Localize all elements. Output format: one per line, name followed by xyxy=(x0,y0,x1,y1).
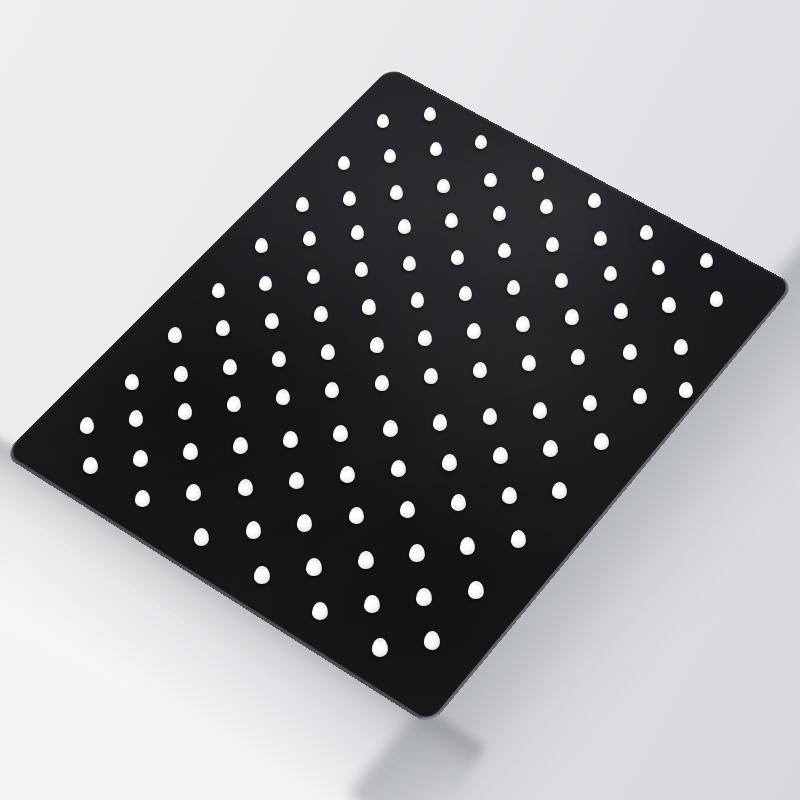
nozzle xyxy=(593,432,608,450)
nozzle xyxy=(377,114,390,128)
nozzle xyxy=(182,442,198,460)
nozzle xyxy=(507,279,521,295)
nozzle xyxy=(424,107,437,121)
nozzle xyxy=(332,424,347,441)
nozzle xyxy=(424,368,439,385)
nozzle xyxy=(275,389,290,406)
nozzle xyxy=(555,272,569,288)
nozzle xyxy=(297,514,313,532)
nozzle xyxy=(314,306,328,322)
nozzle xyxy=(375,375,390,392)
nozzle xyxy=(397,219,411,234)
nozzle xyxy=(475,135,488,150)
nozzle xyxy=(132,449,148,467)
nozzle xyxy=(587,193,600,208)
nozzle xyxy=(390,459,406,477)
nozzle xyxy=(302,230,316,246)
nozzle xyxy=(312,601,329,620)
nozzle xyxy=(516,316,530,332)
nozzle xyxy=(255,237,269,253)
nozzle xyxy=(531,167,544,182)
nozzle xyxy=(174,366,189,383)
nozzle xyxy=(451,494,467,512)
nozzle xyxy=(128,409,143,426)
nozzle xyxy=(473,362,488,379)
nozzle xyxy=(168,327,183,344)
nozzle xyxy=(82,456,98,474)
nozzle xyxy=(324,382,339,399)
nozzle xyxy=(429,142,442,157)
nozzle xyxy=(678,382,693,399)
nozzle xyxy=(177,403,192,420)
nozzle xyxy=(483,173,496,188)
nozzle xyxy=(295,197,308,212)
nozzle xyxy=(451,249,465,265)
scene-background xyxy=(0,0,800,800)
nozzle xyxy=(604,265,618,281)
nozzle xyxy=(710,291,724,307)
nozzle xyxy=(355,261,369,277)
nozzle xyxy=(411,292,425,308)
nozzle xyxy=(237,478,253,496)
nozzle xyxy=(467,323,482,339)
nozzle xyxy=(216,320,231,336)
nozzle xyxy=(186,484,202,502)
nozzle xyxy=(272,351,287,368)
nozzle xyxy=(459,285,473,301)
nozzle xyxy=(383,149,396,164)
nozzle xyxy=(288,471,304,489)
nozzle xyxy=(223,359,238,376)
nozzle xyxy=(418,330,433,347)
nozzle xyxy=(532,402,547,419)
nozzle xyxy=(226,396,241,413)
nozzle xyxy=(522,355,537,372)
nozzle xyxy=(432,413,447,430)
nozzle xyxy=(382,419,397,436)
nozzle xyxy=(371,637,388,657)
nozzle xyxy=(468,581,485,600)
nozzle xyxy=(632,388,647,405)
nozzle xyxy=(441,453,457,471)
nozzle xyxy=(350,224,364,240)
nozzle xyxy=(582,395,597,412)
nozzle xyxy=(409,544,425,563)
nozzle xyxy=(232,436,248,454)
nozzle xyxy=(502,487,518,505)
nozzle xyxy=(349,507,365,525)
nozzle xyxy=(403,255,417,271)
nozzle xyxy=(307,268,321,284)
nozzle xyxy=(265,313,279,329)
nozzle xyxy=(565,309,579,325)
nozzle xyxy=(700,252,714,268)
nozzle xyxy=(282,430,297,448)
nozzle xyxy=(674,339,689,356)
nozzle xyxy=(79,416,94,433)
nozzle xyxy=(498,242,512,258)
nozzle xyxy=(539,199,552,214)
nozzle xyxy=(389,185,402,200)
nozzle xyxy=(614,303,628,319)
nozzle xyxy=(511,530,527,548)
nozzle xyxy=(492,206,506,221)
nozzle xyxy=(460,537,476,556)
nozzle xyxy=(254,566,271,585)
nozzle xyxy=(571,349,586,366)
nozzle xyxy=(400,501,416,519)
nozzle xyxy=(639,224,653,240)
nozzle xyxy=(444,213,458,228)
nozzle xyxy=(436,179,449,194)
nozzle xyxy=(135,490,151,508)
nozzle xyxy=(321,344,336,361)
nozzle xyxy=(423,630,440,649)
nozzle xyxy=(246,521,262,539)
nozzle xyxy=(623,344,638,361)
nozzle xyxy=(364,595,381,614)
nozzle xyxy=(370,337,385,354)
nozzle xyxy=(362,299,376,315)
nozzle xyxy=(546,236,560,252)
nozzle xyxy=(339,465,355,483)
nozzle xyxy=(492,446,508,464)
nozzle xyxy=(194,528,210,546)
nozzle xyxy=(593,230,607,246)
nozzle xyxy=(125,374,140,391)
nozzle xyxy=(652,259,666,275)
nozzle xyxy=(358,551,374,570)
nozzle xyxy=(259,275,273,291)
nozzle xyxy=(482,408,497,425)
nozzle xyxy=(662,297,676,313)
nozzle xyxy=(542,439,558,457)
nozzle xyxy=(212,282,226,298)
nozzle xyxy=(337,156,350,171)
nozzle xyxy=(416,588,433,607)
nozzle-grid xyxy=(0,0,800,800)
nozzle xyxy=(342,191,355,206)
nozzle xyxy=(552,481,568,499)
nozzle xyxy=(306,558,323,577)
